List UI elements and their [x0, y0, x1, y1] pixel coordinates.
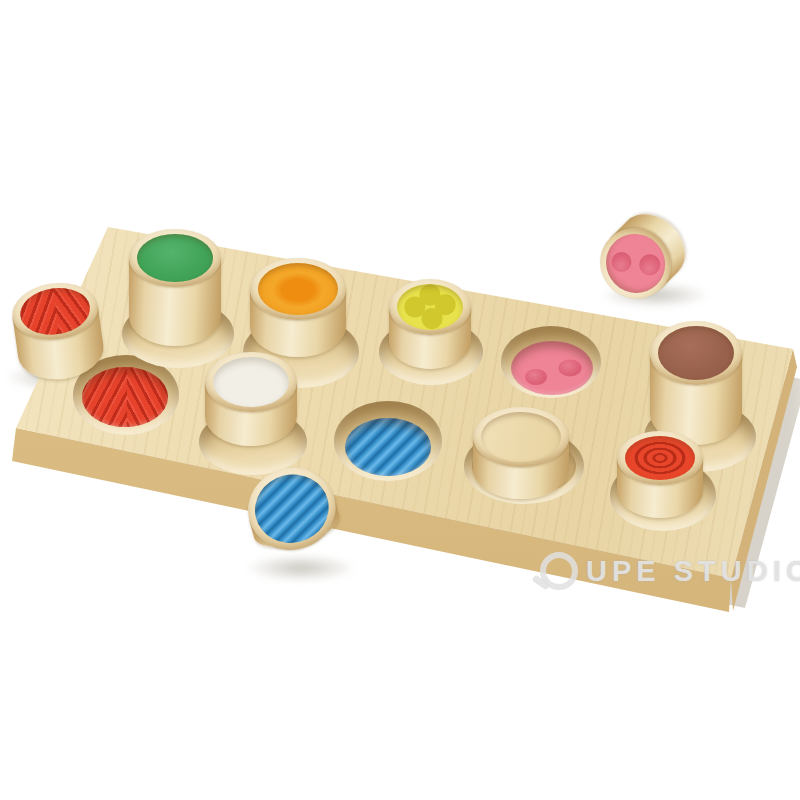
piece-white-felt[interactable] — [205, 352, 297, 480]
inlay-pink-two-dots — [511, 341, 593, 395]
pink-dot — [608, 248, 636, 276]
pink-dot — [635, 250, 665, 280]
piece-red-concentric-rings[interactable] — [617, 431, 703, 551]
magnifier-icon — [540, 552, 578, 590]
inlay-blue-corrugated — [345, 418, 431, 476]
texture-yellow-four-bumps — [397, 284, 463, 330]
texture-blue-corrugated — [247, 466, 336, 551]
piece-rim — [205, 352, 297, 412]
texture-red-concentric-rings — [625, 436, 695, 480]
texture-plain-wood — [481, 412, 561, 462]
pink-dot — [559, 360, 582, 377]
texture-brown-sandpaper — [658, 326, 734, 380]
piece-rim — [250, 258, 346, 320]
recess-blue-corrugated[interactable] — [334, 401, 442, 481]
texture-white-felt — [213, 357, 289, 407]
piece-rim — [617, 431, 703, 485]
piece-rim — [650, 321, 742, 385]
piece-rim — [389, 279, 471, 335]
texture-orange-felt — [258, 263, 338, 315]
recess-pink-two-dots[interactable] — [501, 326, 601, 398]
watermark-text: UPE STUDIO — [586, 555, 800, 588]
product-photo-scene: UPE STUDIO — [0, 0, 800, 800]
loose-piece-red-herringbone[interactable] — [9, 278, 112, 415]
watermark: UPE STUDIO — [540, 552, 800, 590]
piece-plain-wood[interactable] — [473, 407, 569, 533]
pink-dot — [525, 369, 547, 385]
texture-green-smooth — [137, 234, 213, 282]
piece-rim — [129, 229, 221, 287]
texture-red-herringbone — [17, 284, 93, 339]
piece-rim — [473, 407, 569, 467]
piece-yellow-bumps[interactable] — [389, 279, 471, 403]
